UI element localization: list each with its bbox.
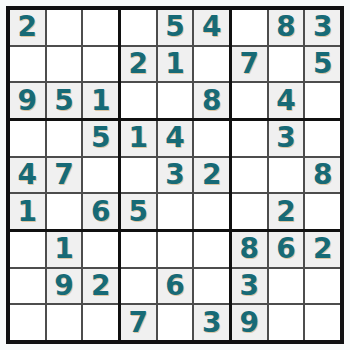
box-9: 86239	[232, 232, 340, 340]
cell-r1c6[interactable]: 4	[194, 10, 229, 45]
cell-r5c5[interactable]: 3	[158, 158, 193, 193]
cell-r4c7[interactable]	[232, 121, 267, 156]
cell-r5c7[interactable]	[232, 158, 267, 193]
cell-r4c3[interactable]: 5	[83, 121, 118, 156]
cell-r1c4[interactable]	[121, 10, 156, 45]
cell-r8c8[interactable]	[269, 269, 304, 304]
cell-r9c8[interactable]	[269, 305, 304, 340]
cell-r7c6[interactable]	[194, 232, 229, 267]
box-6: 382	[232, 121, 340, 229]
cell-r6c5[interactable]	[158, 194, 193, 229]
cell-r2c7[interactable]: 7	[232, 47, 267, 82]
cell-r3c2[interactable]: 5	[47, 83, 82, 118]
cell-r4c6[interactable]	[194, 121, 229, 156]
cell-r1c7[interactable]	[232, 10, 267, 45]
box-7: 192	[10, 232, 118, 340]
box-1: 2951	[10, 10, 118, 118]
cell-r6c9[interactable]	[305, 194, 340, 229]
cell-r4c2[interactable]	[47, 121, 82, 156]
cell-r8c5[interactable]: 6	[158, 269, 193, 304]
cell-r3c1[interactable]: 9	[10, 83, 45, 118]
cell-r9c7[interactable]: 9	[232, 305, 267, 340]
cell-r9c4[interactable]: 7	[121, 305, 156, 340]
cell-r7c8[interactable]: 6	[269, 232, 304, 267]
cell-r7c5[interactable]	[158, 232, 193, 267]
cell-r1c2[interactable]	[47, 10, 82, 45]
cell-r3c4[interactable]	[121, 83, 156, 118]
cell-r3c6[interactable]: 8	[194, 83, 229, 118]
cell-r2c3[interactable]	[83, 47, 118, 82]
cell-r9c3[interactable]	[83, 305, 118, 340]
box-4: 54716	[10, 121, 118, 229]
cell-r5c4[interactable]	[121, 158, 156, 193]
cell-r9c6[interactable]: 3	[194, 305, 229, 340]
cell-r5c9[interactable]: 8	[305, 158, 340, 193]
cell-r3c9[interactable]	[305, 83, 340, 118]
cell-r2c5[interactable]: 1	[158, 47, 193, 82]
cell-r2c4[interactable]: 2	[121, 47, 156, 82]
cell-r7c1[interactable]	[10, 232, 45, 267]
cell-r4c5[interactable]: 4	[158, 121, 193, 156]
cell-r9c2[interactable]	[47, 305, 82, 340]
cell-r6c7[interactable]	[232, 194, 267, 229]
cell-r3c8[interactable]: 4	[269, 83, 304, 118]
cell-r2c6[interactable]	[194, 47, 229, 82]
cell-r5c3[interactable]	[83, 158, 118, 193]
cell-r7c4[interactable]	[121, 232, 156, 267]
box-3: 83754	[232, 10, 340, 118]
cell-r9c5[interactable]	[158, 305, 193, 340]
cell-r1c8[interactable]: 8	[269, 10, 304, 45]
cell-r5c6[interactable]: 2	[194, 158, 229, 193]
cell-r7c7[interactable]: 8	[232, 232, 267, 267]
cell-r3c7[interactable]	[232, 83, 267, 118]
cell-r2c2[interactable]	[47, 47, 82, 82]
sudoku-board: 29515421883754547161432538219267386239	[6, 6, 344, 344]
cell-r2c1[interactable]	[10, 47, 45, 82]
cell-r8c6[interactable]	[194, 269, 229, 304]
cell-r6c6[interactable]	[194, 194, 229, 229]
cell-r6c8[interactable]: 2	[269, 194, 304, 229]
cell-r3c5[interactable]	[158, 83, 193, 118]
cell-r2c8[interactable]	[269, 47, 304, 82]
cell-r7c3[interactable]	[83, 232, 118, 267]
cell-r7c2[interactable]: 1	[47, 232, 82, 267]
cell-r7c9[interactable]: 2	[305, 232, 340, 267]
cell-r8c1[interactable]	[10, 269, 45, 304]
cell-r6c1[interactable]: 1	[10, 194, 45, 229]
cell-r9c9[interactable]	[305, 305, 340, 340]
cell-r3c3[interactable]: 1	[83, 83, 118, 118]
box-8: 673	[121, 232, 229, 340]
cell-r6c2[interactable]	[47, 194, 82, 229]
cell-r8c9[interactable]	[305, 269, 340, 304]
cell-r1c9[interactable]: 3	[305, 10, 340, 45]
cell-r8c4[interactable]	[121, 269, 156, 304]
cell-r5c2[interactable]: 7	[47, 158, 82, 193]
cell-r1c1[interactable]: 2	[10, 10, 45, 45]
cell-r6c3[interactable]: 6	[83, 194, 118, 229]
box-2: 54218	[121, 10, 229, 118]
box-5: 14325	[121, 121, 229, 229]
cell-r4c1[interactable]	[10, 121, 45, 156]
cell-r4c9[interactable]	[305, 121, 340, 156]
cell-r8c2[interactable]: 9	[47, 269, 82, 304]
cell-r5c8[interactable]	[269, 158, 304, 193]
cell-r4c4[interactable]: 1	[121, 121, 156, 156]
cell-r1c5[interactable]: 5	[158, 10, 193, 45]
cell-r4c8[interactable]: 3	[269, 121, 304, 156]
cell-r8c3[interactable]: 2	[83, 269, 118, 304]
cell-r8c7[interactable]: 3	[232, 269, 267, 304]
cell-r2c9[interactable]: 5	[305, 47, 340, 82]
cell-r9c1[interactable]	[10, 305, 45, 340]
cell-r1c3[interactable]	[83, 10, 118, 45]
cell-r5c1[interactable]: 4	[10, 158, 45, 193]
cell-r6c4[interactable]: 5	[121, 194, 156, 229]
